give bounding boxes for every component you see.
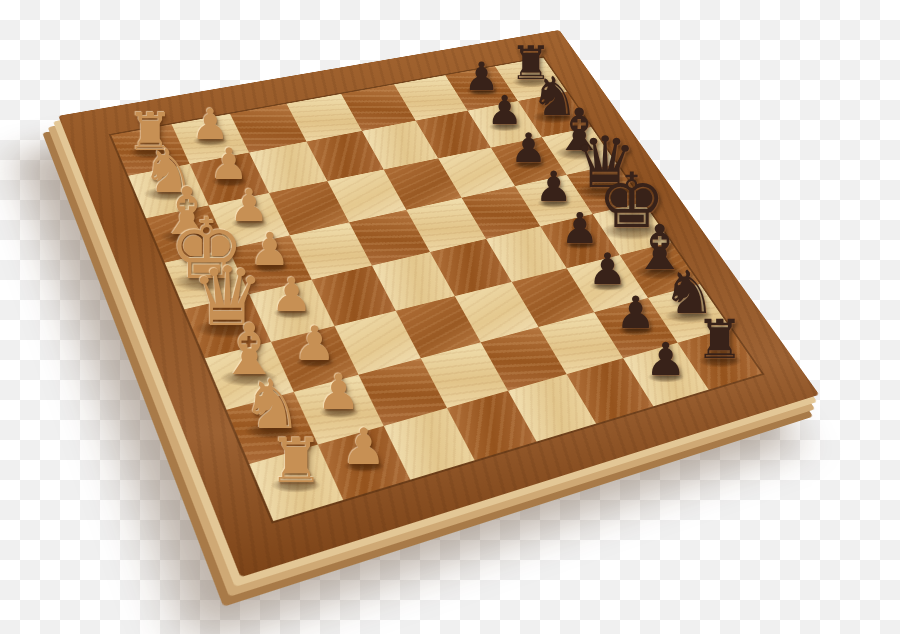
black-pawn-f7[interactable]: ♟ — [588, 248, 627, 292]
white-pawn-f2[interactable]: ♟ — [293, 320, 336, 368]
white-pawn-g2[interactable]: ♟ — [317, 369, 361, 418]
photo-canvas: ♜♞♝♛♚♝♞♜♟♟♟♟♟♟♟♟♟♟♟♟♟♟♟♟♜♞♝♚♛♝♞♜ — [0, 0, 900, 634]
black-rook-h8[interactable]: ♜ — [695, 314, 743, 368]
black-pawn-h7[interactable]: ♟ — [645, 337, 686, 383]
black-pawn-e7[interactable]: ♟ — [561, 206, 599, 249]
white-pawn-h2[interactable]: ♟ — [341, 421, 386, 471]
white-rook-h1[interactable]: ♜ — [268, 431, 323, 493]
black-pawn-g7[interactable]: ♟ — [616, 291, 656, 336]
